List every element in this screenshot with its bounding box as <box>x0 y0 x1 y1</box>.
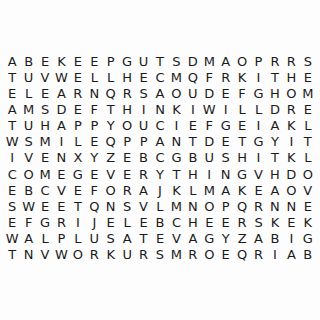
grid-cell[interactable]: H <box>119 101 135 117</box>
grid-cell[interactable]: T <box>152 53 168 69</box>
grid-cell[interactable]: F <box>201 69 217 85</box>
grid-cell[interactable]: S <box>20 134 36 150</box>
grid-cell[interactable]: C <box>37 182 53 198</box>
grid-cell[interactable]: T <box>168 166 184 182</box>
grid-cell[interactable]: A <box>152 85 168 101</box>
grid-cell[interactable]: E <box>217 247 233 263</box>
grid-cell[interactable]: L <box>70 231 86 247</box>
grid-cell[interactable]: S <box>168 53 184 69</box>
grid-cell[interactable]: C <box>152 150 168 166</box>
grid-cell[interactable]: H <box>283 69 299 85</box>
grid-cell[interactable]: G <box>300 231 316 247</box>
grid-cell[interactable]: I <box>283 231 299 247</box>
grid-cell[interactable]: K <box>300 215 316 231</box>
grid-cell[interactable]: C <box>152 118 168 134</box>
grid-cell[interactable]: V <box>103 166 119 182</box>
grid-cell[interactable]: T <box>185 134 201 150</box>
grid-cell[interactable]: I <box>168 118 184 134</box>
grid-cell[interactable]: E <box>86 166 102 182</box>
grid-cell[interactable]: V <box>20 150 36 166</box>
grid-cell[interactable]: K <box>234 69 250 85</box>
grid-cell[interactable]: E <box>152 231 168 247</box>
grid-cell[interactable]: Q <box>234 198 250 214</box>
grid-cell[interactable]: G <box>250 85 266 101</box>
grid-cell[interactable]: I <box>217 101 233 117</box>
grid-cell[interactable]: V <box>300 182 316 198</box>
grid-cell[interactable]: N <box>283 198 299 214</box>
grid-cell[interactable]: P <box>250 53 266 69</box>
grid-cell[interactable]: L <box>250 101 266 117</box>
grid-cell[interactable]: Y <box>152 166 168 182</box>
grid-cell[interactable]: A <box>119 231 135 247</box>
grid-cell[interactable]: I <box>185 101 201 117</box>
grid-cell[interactable]: V <box>37 247 53 263</box>
grid-cell[interactable]: K <box>168 182 184 198</box>
grid-cell[interactable]: V <box>37 69 53 85</box>
grid-cell[interactable]: D <box>185 53 201 69</box>
grid-cell[interactable]: B <box>300 247 316 263</box>
grid-cell[interactable]: Y <box>103 118 119 134</box>
grid-cell[interactable]: I <box>250 118 266 134</box>
grid-cell[interactable]: W <box>53 247 69 263</box>
grid-cell[interactable]: N <box>185 198 201 214</box>
grid-cell[interactable]: Q <box>185 69 201 85</box>
grid-cell[interactable]: E <box>4 215 20 231</box>
grid-cell[interactable]: B <box>135 150 151 166</box>
grid-cell[interactable]: E <box>119 166 135 182</box>
grid-cell[interactable]: I <box>53 134 69 150</box>
grid-cell[interactable]: T <box>267 69 283 85</box>
grid-cell[interactable]: R <box>135 247 151 263</box>
grid-cell[interactable]: L <box>119 215 135 231</box>
grid-cell[interactable]: K <box>234 182 250 198</box>
grid-cell[interactable]: E <box>283 215 299 231</box>
grid-cell[interactable]: A <box>20 231 36 247</box>
grid-cell[interactable]: L <box>86 69 102 85</box>
grid-cell[interactable]: E <box>217 134 233 150</box>
grid-cell[interactable]: U <box>86 231 102 247</box>
grid-cell[interactable]: D <box>283 166 299 182</box>
grid-cell[interactable]: Q <box>86 198 102 214</box>
grid-cell[interactable]: E <box>37 53 53 69</box>
grid-cell[interactable]: E <box>86 134 102 150</box>
grid-cell[interactable]: O <box>103 182 119 198</box>
grid-cell[interactable]: E <box>217 215 233 231</box>
grid-cell[interactable]: K <box>168 101 184 117</box>
grid-cell[interactable]: A <box>4 53 20 69</box>
grid-cell[interactable]: R <box>234 215 250 231</box>
grid-cell[interactable]: S <box>37 101 53 117</box>
grid-cell[interactable]: K <box>283 150 299 166</box>
grid-cell[interactable]: O <box>201 247 217 263</box>
grid-cell[interactable]: H <box>234 150 250 166</box>
grid-cell[interactable]: N <box>103 198 119 214</box>
grid-cell[interactable]: S <box>217 150 233 166</box>
grid-cell[interactable]: M <box>300 85 316 101</box>
grid-cell[interactable]: U <box>135 118 151 134</box>
grid-cell[interactable]: C <box>152 69 168 85</box>
grid-cell[interactable]: D <box>267 101 283 117</box>
grid-cell[interactable]: E <box>37 150 53 166</box>
grid-cell[interactable]: H <box>119 69 135 85</box>
word-search-page: ABEKEEPGUTSDMAOPRRSTUVWELLHECMQFRKITHEEL… <box>0 0 320 320</box>
grid-cell[interactable]: R <box>119 182 135 198</box>
grid-cell[interactable]: E <box>4 85 20 101</box>
grid-cell[interactable]: S <box>4 198 20 214</box>
grid-cell[interactable]: O <box>283 85 299 101</box>
grid-cell[interactable]: R <box>250 198 266 214</box>
grid-cell[interactable]: I <box>135 101 151 117</box>
grid-cell[interactable]: Y <box>86 150 102 166</box>
grid-cell[interactable]: G <box>119 53 135 69</box>
grid-cell[interactable]: L <box>70 134 86 150</box>
grid-cell[interactable]: R <box>119 85 135 101</box>
grid-cell[interactable]: E <box>300 101 316 117</box>
grid-cell[interactable]: P <box>70 118 86 134</box>
grid-cell[interactable]: M <box>168 69 184 85</box>
grid-cell[interactable]: T <box>103 101 119 117</box>
grid-cell[interactable]: O <box>234 53 250 69</box>
grid-cell[interactable]: E <box>300 198 316 214</box>
grid-cell[interactable]: J <box>152 182 168 198</box>
grid-cell[interactable]: W <box>201 101 217 117</box>
grid-cell[interactable]: A <box>4 101 20 117</box>
grid-cell[interactable]: F <box>201 118 217 134</box>
grid-cell[interactable]: G <box>234 166 250 182</box>
grid-cell[interactable]: E <box>70 69 86 85</box>
grid-cell[interactable]: M <box>168 198 184 214</box>
grid-cell[interactable]: P <box>53 231 69 247</box>
grid-cell[interactable]: I <box>4 150 20 166</box>
grid-cell[interactable]: G <box>168 150 184 166</box>
grid-cell[interactable]: E <box>37 85 53 101</box>
grid-cell[interactable]: H <box>267 166 283 182</box>
grid-cell[interactable]: E <box>119 150 135 166</box>
grid-cell[interactable]: Y <box>217 231 233 247</box>
grid-cell[interactable]: L <box>300 118 316 134</box>
grid-cell[interactable]: W <box>53 69 69 85</box>
grid-cell[interactable]: Q <box>103 134 119 150</box>
grid-cell[interactable]: Q <box>103 85 119 101</box>
grid-cell[interactable]: T <box>135 231 151 247</box>
grid-cell[interactable]: T <box>300 134 316 150</box>
grid-cell[interactable]: U <box>135 53 151 69</box>
grid-cell[interactable]: W <box>4 134 20 150</box>
grid-cell[interactable]: T <box>4 247 20 263</box>
grid-cell[interactable]: L <box>185 182 201 198</box>
grid-cell[interactable]: B <box>152 215 168 231</box>
grid-cell[interactable]: O <box>300 166 316 182</box>
grid-cell[interactable]: V <box>135 198 151 214</box>
grid-cell[interactable]: V <box>168 231 184 247</box>
grid-cell[interactable]: K <box>103 247 119 263</box>
grid-cell[interactable]: I <box>267 247 283 263</box>
grid-cell[interactable]: T <box>267 150 283 166</box>
grid-cell[interactable]: P <box>135 134 151 150</box>
grid-cell[interactable]: K <box>267 215 283 231</box>
grid-cell[interactable]: E <box>185 118 201 134</box>
grid-cell[interactable]: E <box>135 215 151 231</box>
grid-cell[interactable]: A <box>267 118 283 134</box>
grid-cell[interactable]: G <box>70 166 86 182</box>
grid-cell[interactable]: E <box>201 215 217 231</box>
grid-cell[interactable]: P <box>103 53 119 69</box>
grid-cell[interactable]: E <box>53 166 69 182</box>
grid-cell[interactable]: G <box>250 134 266 150</box>
grid-cell[interactable]: A <box>152 134 168 150</box>
grid-cell[interactable]: E <box>4 182 20 198</box>
grid-cell[interactable]: B <box>185 150 201 166</box>
grid-cell[interactable]: R <box>267 53 283 69</box>
grid-cell[interactable]: Z <box>103 150 119 166</box>
grid-cell[interactable]: V <box>250 166 266 182</box>
grid-cell[interactable]: B <box>20 53 36 69</box>
grid-cell[interactable]: G <box>201 231 217 247</box>
grid-cell[interactable]: M <box>201 53 217 69</box>
grid-cell[interactable]: E <box>300 69 316 85</box>
grid-cell[interactable]: L <box>300 150 316 166</box>
grid-cell[interactable]: T <box>4 69 20 85</box>
grid-cell[interactable]: E <box>234 118 250 134</box>
grid-cell[interactable]: L <box>37 231 53 247</box>
grid-cell[interactable]: O <box>168 85 184 101</box>
grid-cell[interactable]: D <box>201 85 217 101</box>
grid-cell[interactable]: R <box>70 85 86 101</box>
grid-cell[interactable]: M <box>37 166 53 182</box>
grid-cell[interactable]: D <box>201 134 217 150</box>
grid-cell[interactable]: I <box>250 150 266 166</box>
grid-cell[interactable]: A <box>267 182 283 198</box>
grid-cell[interactable]: E <box>37 198 53 214</box>
grid-cell[interactable]: S <box>300 53 316 69</box>
grid-cell[interactable]: N <box>152 101 168 117</box>
grid-cell[interactable]: E <box>86 53 102 69</box>
grid-cell[interactable]: B <box>267 231 283 247</box>
grid-cell[interactable]: R <box>283 101 299 117</box>
grid-cell[interactable]: I <box>283 134 299 150</box>
grid-cell[interactable]: L <box>234 101 250 117</box>
grid-cell[interactable]: R <box>283 53 299 69</box>
grid-cell[interactable]: L <box>152 198 168 214</box>
grid-cell[interactable]: E <box>103 215 119 231</box>
grid-cell[interactable]: E <box>250 182 266 198</box>
grid-cell[interactable]: A <box>185 231 201 247</box>
grid-cell[interactable]: S <box>103 231 119 247</box>
grid-cell[interactable]: G <box>217 118 233 134</box>
grid-cell[interactable]: T <box>234 134 250 150</box>
grid-cell[interactable]: N <box>86 85 102 101</box>
grid-cell[interactable]: P <box>217 198 233 214</box>
grid-cell[interactable]: R <box>135 166 151 182</box>
grid-cell[interactable]: F <box>20 215 36 231</box>
grid-cell[interactable]: I <box>70 215 86 231</box>
grid-cell[interactable]: N <box>53 150 69 166</box>
grid-cell[interactable]: T <box>4 118 20 134</box>
grid-cell[interactable]: H <box>185 215 201 231</box>
grid-cell[interactable]: H <box>37 118 53 134</box>
grid-cell[interactable]: E <box>217 85 233 101</box>
grid-cell[interactable]: R <box>185 247 201 263</box>
grid-cell[interactable]: S <box>250 215 266 231</box>
grid-cell[interactable]: D <box>53 101 69 117</box>
grid-cell[interactable]: M <box>20 101 36 117</box>
grid-cell[interactable]: U <box>201 150 217 166</box>
grid-cell[interactable]: R <box>250 247 266 263</box>
grid-cell[interactable]: S <box>119 198 135 214</box>
grid-cell[interactable]: E <box>135 69 151 85</box>
grid-cell[interactable]: O <box>70 247 86 263</box>
grid-cell[interactable]: M <box>201 182 217 198</box>
grid-cell[interactable]: S <box>135 85 151 101</box>
grid-cell[interactable]: R <box>86 247 102 263</box>
grid-cell[interactable]: A <box>53 118 69 134</box>
grid-cell[interactable]: W <box>4 231 20 247</box>
grid-cell[interactable]: C <box>168 215 184 231</box>
grid-cell[interactable]: F <box>86 182 102 198</box>
grid-cell[interactable]: V <box>53 182 69 198</box>
grid-cell[interactable]: A <box>217 53 233 69</box>
grid-cell[interactable]: L <box>20 85 36 101</box>
grid-cell[interactable]: O <box>20 166 36 182</box>
grid-cell[interactable]: E <box>70 101 86 117</box>
grid-cell[interactable]: E <box>70 182 86 198</box>
grid-cell[interactable]: G <box>37 215 53 231</box>
grid-cell[interactable]: L <box>103 69 119 85</box>
grid-cell[interactable]: E <box>70 53 86 69</box>
grid-cell[interactable]: T <box>70 198 86 214</box>
grid-cell[interactable]: M <box>168 247 184 263</box>
grid-cell[interactable]: F <box>86 101 102 117</box>
grid-cell[interactable]: F <box>234 85 250 101</box>
grid-cell[interactable]: I <box>250 69 266 85</box>
grid-cell[interactable]: N <box>267 198 283 214</box>
grid-cell[interactable]: Q <box>234 247 250 263</box>
grid-cell[interactable]: E <box>53 198 69 214</box>
grid-cell[interactable]: H <box>267 85 283 101</box>
grid-cell[interactable]: Z <box>234 231 250 247</box>
grid-cell[interactable]: W <box>20 198 36 214</box>
word-search-board: ABEKEEPGUTSDMAOPRRSTUVWELLHECMQFRKITHEEL… <box>4 53 316 263</box>
grid-cell[interactable]: A <box>250 231 266 247</box>
grid-cell[interactable]: Y <box>267 134 283 150</box>
grid-cell[interactable]: O <box>119 118 135 134</box>
grid-cell[interactable]: A <box>135 182 151 198</box>
grid-cell[interactable]: K <box>283 118 299 134</box>
grid-cell[interactable]: P <box>119 134 135 150</box>
grid-cell[interactable]: N <box>168 134 184 150</box>
grid-cell[interactable]: M <box>37 134 53 150</box>
grid-cell[interactable]: I <box>201 166 217 182</box>
grid-cell[interactable]: B <box>20 182 36 198</box>
grid-cell[interactable]: U <box>20 118 36 134</box>
grid-cell[interactable]: R <box>217 69 233 85</box>
grid-cell[interactable]: A <box>283 247 299 263</box>
grid-cell[interactable]: U <box>20 69 36 85</box>
grid-cell[interactable]: C <box>4 166 20 182</box>
grid-cell[interactable]: P <box>86 118 102 134</box>
grid-cell[interactable]: R <box>53 215 69 231</box>
grid-cell[interactable]: O <box>201 198 217 214</box>
grid-cell[interactable]: A <box>217 182 233 198</box>
grid-cell[interactable]: H <box>185 166 201 182</box>
grid-cell[interactable]: U <box>119 247 135 263</box>
grid-cell[interactable]: N <box>217 166 233 182</box>
grid-cell[interactable]: O <box>283 182 299 198</box>
grid-cell[interactable]: X <box>70 150 86 166</box>
grid-cell[interactable]: N <box>20 247 36 263</box>
grid-cell[interactable]: S <box>152 247 168 263</box>
grid-cell[interactable]: J <box>86 215 102 231</box>
grid-cell[interactable]: U <box>185 85 201 101</box>
grid-cell[interactable]: K <box>53 53 69 69</box>
grid-cell[interactable]: A <box>53 85 69 101</box>
